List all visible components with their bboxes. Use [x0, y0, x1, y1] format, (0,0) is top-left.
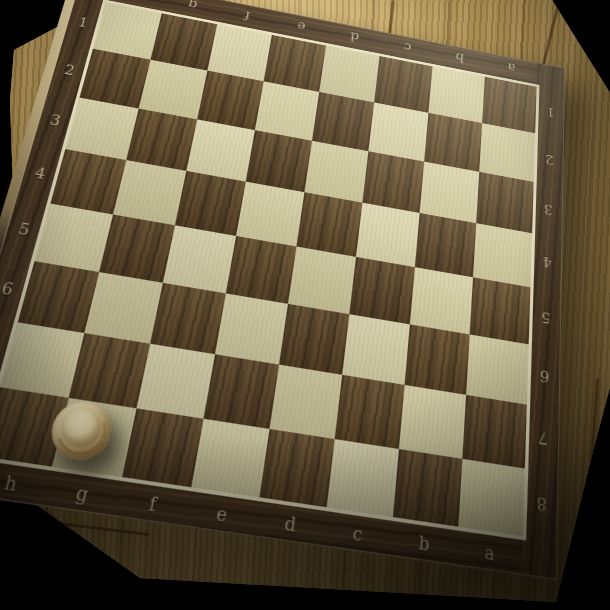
- square-b7[interactable]: [399, 385, 466, 459]
- chessboard: hh11gg22ff33ee44dd55cc66bb77aa88: [0, 0, 565, 580]
- square-d6[interactable]: [279, 304, 349, 375]
- square-a5[interactable]: [470, 277, 531, 344]
- square-d5[interactable]: [288, 246, 356, 314]
- floor-plank-seam: [580, 378, 599, 610]
- square-a4[interactable]: [473, 223, 532, 287]
- square-b5[interactable]: [410, 267, 473, 334]
- square-c7[interactable]: [335, 375, 405, 449]
- square-a8[interactable]: [458, 459, 525, 536]
- square-e6[interactable]: [215, 293, 288, 364]
- square-f5[interactable]: [163, 225, 236, 293]
- square-e5[interactable]: [226, 236, 297, 304]
- square-c4[interactable]: [356, 203, 420, 268]
- square-b6[interactable]: [405, 324, 470, 394]
- square-g5[interactable]: [99, 214, 175, 282]
- square-b4[interactable]: [415, 213, 476, 277]
- square-c6[interactable]: [342, 314, 410, 385]
- square-d8[interactable]: [259, 429, 334, 507]
- board-frame: hh11gg22ff33ee44dd55cc66bb77aa88: [0, 0, 565, 580]
- square-g6[interactable]: [84, 272, 163, 344]
- pawn-head-knob: [58, 404, 103, 446]
- square-c5[interactable]: [349, 257, 415, 324]
- square-a7[interactable]: [462, 395, 527, 469]
- square-c8[interactable]: [327, 439, 399, 517]
- square-f8[interactable]: [122, 408, 203, 487]
- square-f6[interactable]: [150, 283, 226, 354]
- square-e8[interactable]: [191, 419, 269, 498]
- square-b8[interactable]: [393, 449, 462, 527]
- square-a6[interactable]: [466, 334, 529, 404]
- square-f7[interactable]: [137, 344, 215, 419]
- square-d7[interactable]: [270, 365, 343, 439]
- square-d4[interactable]: [296, 192, 362, 257]
- square-e7[interactable]: [204, 354, 280, 429]
